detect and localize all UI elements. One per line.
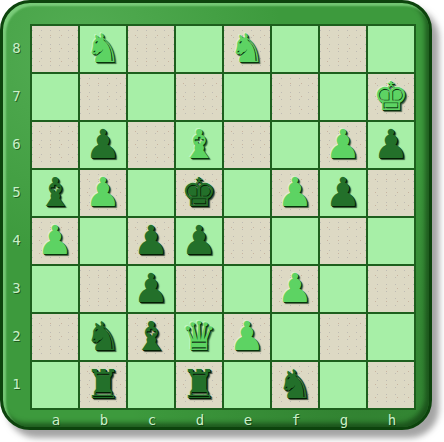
- board-grid: ♞♞♚♟♝♟♟♝♟♚♟♟♟♟♟♟♟♞♝♛♟♜♜♞: [30, 24, 416, 410]
- square-f4[interactable]: [272, 218, 318, 264]
- square-a2[interactable]: [32, 314, 78, 360]
- rank-label-1: 1: [3, 360, 30, 408]
- square-b6[interactable]: ♟: [80, 122, 126, 168]
- rank-label-3: 3: [3, 264, 30, 312]
- square-c7[interactable]: [128, 74, 174, 120]
- square-h1[interactable]: [368, 362, 414, 408]
- light-pawn-f3[interactable]: ♟: [272, 266, 318, 312]
- square-c2[interactable]: ♝: [128, 314, 174, 360]
- square-e3[interactable]: [224, 266, 270, 312]
- square-c3[interactable]: ♟: [128, 266, 174, 312]
- square-e5[interactable]: [224, 170, 270, 216]
- square-a5[interactable]: ♝: [32, 170, 78, 216]
- square-f6[interactable]: [272, 122, 318, 168]
- square-h8[interactable]: [368, 26, 414, 72]
- rank-label-5: 5: [3, 168, 30, 216]
- square-d7[interactable]: [176, 74, 222, 120]
- dark-pawn-d4[interactable]: ♟: [176, 218, 222, 264]
- dark-king-d5[interactable]: ♚: [176, 170, 222, 216]
- square-e2[interactable]: ♟: [224, 314, 270, 360]
- square-f7[interactable]: [272, 74, 318, 120]
- square-d6[interactable]: ♝: [176, 122, 222, 168]
- dark-pawn-b6[interactable]: ♟: [80, 122, 126, 168]
- square-e8[interactable]: ♞: [224, 26, 270, 72]
- dark-knight-b2[interactable]: ♞: [80, 314, 126, 360]
- light-queen-d2[interactable]: ♛: [176, 314, 222, 360]
- square-e4[interactable]: [224, 218, 270, 264]
- light-pawn-b5[interactable]: ♟: [80, 170, 126, 216]
- square-e6[interactable]: [224, 122, 270, 168]
- square-d8[interactable]: [176, 26, 222, 72]
- square-h6[interactable]: ♟: [368, 122, 414, 168]
- light-bishop-d6[interactable]: ♝: [176, 122, 222, 168]
- square-a6[interactable]: [32, 122, 78, 168]
- square-c4[interactable]: ♟: [128, 218, 174, 264]
- square-h7[interactable]: ♚: [368, 74, 414, 120]
- square-d4[interactable]: ♟: [176, 218, 222, 264]
- dark-rook-d1[interactable]: ♜: [176, 362, 222, 408]
- rank-label-6: 6: [3, 120, 30, 168]
- square-c6[interactable]: [128, 122, 174, 168]
- light-pawn-g6[interactable]: ♟: [320, 122, 366, 168]
- light-pawn-e2[interactable]: ♟: [224, 314, 270, 360]
- file-label-f: f: [272, 410, 320, 431]
- square-h5[interactable]: [368, 170, 414, 216]
- square-d3[interactable]: [176, 266, 222, 312]
- rank-label-8: 8: [3, 24, 30, 72]
- dark-pawn-c3[interactable]: ♟: [128, 266, 174, 312]
- dark-knight-f1[interactable]: ♞: [272, 362, 318, 408]
- file-label-e: e: [224, 410, 272, 431]
- square-h3[interactable]: [368, 266, 414, 312]
- square-g1[interactable]: [320, 362, 366, 408]
- square-c8[interactable]: [128, 26, 174, 72]
- rank-label-4: 4: [3, 216, 30, 264]
- square-b8[interactable]: ♞: [80, 26, 126, 72]
- square-a8[interactable]: [32, 26, 78, 72]
- square-b4[interactable]: [80, 218, 126, 264]
- square-b2[interactable]: ♞: [80, 314, 126, 360]
- rank-labels: 87654321: [3, 24, 30, 408]
- light-pawn-a4[interactable]: ♟: [32, 218, 78, 264]
- board-frame: 87654321 abcdefgh ♞♞♚♟♝♟♟♝♟♚♟♟♟♟♟♟♟♞♝♛♟♜…: [0, 0, 432, 430]
- square-g2[interactable]: [320, 314, 366, 360]
- dark-pawn-g5[interactable]: ♟: [320, 170, 366, 216]
- file-labels: abcdefgh: [32, 410, 416, 431]
- square-d5[interactable]: ♚: [176, 170, 222, 216]
- file-label-c: c: [128, 410, 176, 431]
- rank-label-2: 2: [3, 312, 30, 360]
- dark-bishop-c2[interactable]: ♝: [128, 314, 174, 360]
- square-b1[interactable]: ♜: [80, 362, 126, 408]
- chessboard-app: 87654321 abcdefgh ♞♞♚♟♝♟♟♝♟♚♟♟♟♟♟♟♟♞♝♛♟♜…: [0, 0, 444, 442]
- square-d2[interactable]: ♛: [176, 314, 222, 360]
- square-a4[interactable]: ♟: [32, 218, 78, 264]
- square-a3[interactable]: [32, 266, 78, 312]
- square-h2[interactable]: [368, 314, 414, 360]
- square-g5[interactable]: ♟: [320, 170, 366, 216]
- square-f1[interactable]: ♞: [272, 362, 318, 408]
- square-a1[interactable]: [32, 362, 78, 408]
- square-c5[interactable]: [128, 170, 174, 216]
- dark-bishop-a5[interactable]: ♝: [32, 170, 78, 216]
- dark-pawn-c4[interactable]: ♟: [128, 218, 174, 264]
- dark-pawn-h6[interactable]: ♟: [368, 122, 414, 168]
- file-label-h: h: [368, 410, 416, 431]
- square-a7[interactable]: [32, 74, 78, 120]
- square-b5[interactable]: ♟: [80, 170, 126, 216]
- square-e7[interactable]: [224, 74, 270, 120]
- square-g4[interactable]: [320, 218, 366, 264]
- square-d1[interactable]: ♜: [176, 362, 222, 408]
- square-b7[interactable]: [80, 74, 126, 120]
- dark-rook-b1[interactable]: ♜: [80, 362, 126, 408]
- square-e1[interactable]: [224, 362, 270, 408]
- square-f8[interactable]: [272, 26, 318, 72]
- file-label-b: b: [80, 410, 128, 431]
- square-b3[interactable]: [80, 266, 126, 312]
- light-pawn-f5[interactable]: ♟: [272, 170, 318, 216]
- square-f2[interactable]: [272, 314, 318, 360]
- square-g7[interactable]: [320, 74, 366, 120]
- light-knight-b8[interactable]: ♞: [80, 26, 126, 72]
- rank-label-7: 7: [3, 72, 30, 120]
- square-g3[interactable]: [320, 266, 366, 312]
- file-label-a: a: [32, 410, 80, 431]
- square-c1[interactable]: [128, 362, 174, 408]
- file-label-g: g: [320, 410, 368, 431]
- file-label-d: d: [176, 410, 224, 431]
- square-f5[interactable]: ♟: [272, 170, 318, 216]
- light-knight-e8[interactable]: ♞: [224, 26, 270, 72]
- square-h4[interactable]: [368, 218, 414, 264]
- square-f3[interactable]: ♟: [272, 266, 318, 312]
- square-g8[interactable]: [320, 26, 366, 72]
- square-g6[interactable]: ♟: [320, 122, 366, 168]
- light-king-h7[interactable]: ♚: [368, 74, 414, 120]
